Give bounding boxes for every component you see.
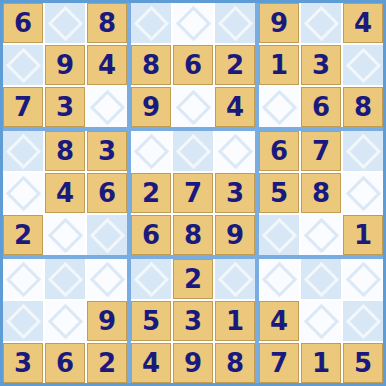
given-digit: 9 xyxy=(226,222,244,248)
empty-cell-diamond-icon xyxy=(261,217,296,252)
cell-r3c4: 9 xyxy=(131,87,171,127)
given-digit: 7 xyxy=(14,94,32,120)
empty-cell-diamond-icon xyxy=(133,5,168,40)
given-digit: 8 xyxy=(354,94,372,120)
empty-cell-diamond-icon xyxy=(47,5,82,40)
box-2-2: 273689 xyxy=(131,131,255,255)
cell-r4c5[interactable] xyxy=(173,131,213,171)
cell-r9c1: 3 xyxy=(3,343,43,383)
given-digit: 5 xyxy=(270,180,288,206)
given-digit: 2 xyxy=(98,350,116,376)
given-digit: 9 xyxy=(56,52,74,78)
given-digit: 6 xyxy=(184,52,202,78)
box-2-3: 67581 xyxy=(259,131,383,255)
box-3-3: 4715 xyxy=(259,259,383,383)
cell-r3c3[interactable] xyxy=(87,87,127,127)
cell-r6c1: 2 xyxy=(3,215,43,255)
given-digit: 9 xyxy=(270,10,288,36)
empty-cell-diamond-icon xyxy=(303,303,338,338)
empty-cell-diamond-icon xyxy=(345,303,380,338)
cell-r6c8[interactable] xyxy=(301,215,341,255)
cell-r9c7: 7 xyxy=(259,343,299,383)
cell-r8c9[interactable] xyxy=(343,301,383,341)
sudoku-grid: 6894738629494136883462273689675819362253… xyxy=(3,3,383,383)
cell-r4c7: 6 xyxy=(259,131,299,171)
given-digit: 8 xyxy=(312,180,330,206)
empty-cell-diamond-icon xyxy=(5,303,40,338)
cell-r8c8[interactable] xyxy=(301,301,341,341)
box-1-1: 689473 xyxy=(3,3,127,127)
empty-cell-diamond-icon xyxy=(345,175,380,210)
cell-r4c3: 3 xyxy=(87,131,127,171)
sudoku-board: 6894738629494136883462273689675819362253… xyxy=(0,0,386,386)
given-digit: 8 xyxy=(56,138,74,164)
given-digit: 6 xyxy=(142,222,160,248)
cell-r5c7: 5 xyxy=(259,173,299,213)
given-digit: 1 xyxy=(354,222,372,248)
given-digit: 6 xyxy=(14,10,32,36)
cell-r5c6: 3 xyxy=(215,173,255,213)
cell-r8c3: 9 xyxy=(87,301,127,341)
cell-r4c4[interactable] xyxy=(131,131,171,171)
cell-r4c2: 8 xyxy=(45,131,85,171)
given-digit: 9 xyxy=(98,308,116,334)
given-digit: 3 xyxy=(226,180,244,206)
cell-r2c5: 6 xyxy=(173,45,213,85)
given-digit: 3 xyxy=(56,94,74,120)
cell-r1c4[interactable] xyxy=(131,3,171,43)
given-digit: 8 xyxy=(184,222,202,248)
cell-r7c4[interactable] xyxy=(131,259,171,299)
empty-cell-diamond-icon xyxy=(303,5,338,40)
cell-r6c5: 8 xyxy=(173,215,213,255)
cell-r7c7[interactable] xyxy=(259,259,299,299)
cell-r1c1: 6 xyxy=(3,3,43,43)
cell-r2c4: 8 xyxy=(131,45,171,85)
given-digit: 9 xyxy=(184,350,202,376)
empty-cell-diamond-icon xyxy=(89,261,124,296)
given-digit: 4 xyxy=(98,52,116,78)
cell-r7c9[interactable] xyxy=(343,259,383,299)
cell-r3c8: 6 xyxy=(301,87,341,127)
cell-r9c6: 8 xyxy=(215,343,255,383)
cell-r9c5: 9 xyxy=(173,343,213,383)
cell-r7c6[interactable] xyxy=(215,259,255,299)
cell-r4c6[interactable] xyxy=(215,131,255,171)
cell-r2c8: 3 xyxy=(301,45,341,85)
given-digit: 1 xyxy=(226,308,244,334)
cell-r7c2[interactable] xyxy=(45,259,85,299)
empty-cell-diamond-icon xyxy=(175,5,210,40)
given-digit: 4 xyxy=(56,180,74,206)
cell-r9c8: 1 xyxy=(301,343,341,383)
cell-r3c6: 4 xyxy=(215,87,255,127)
cell-r6c3[interactable] xyxy=(87,215,127,255)
empty-cell-diamond-icon xyxy=(345,261,380,296)
given-digit: 8 xyxy=(226,350,244,376)
given-digit: 3 xyxy=(98,138,116,164)
cell-r5c8: 8 xyxy=(301,173,341,213)
cell-r4c1[interactable] xyxy=(3,131,43,171)
cell-r1c2[interactable] xyxy=(45,3,85,43)
cell-r9c4: 4 xyxy=(131,343,171,383)
given-digit: 6 xyxy=(56,350,74,376)
cell-r1c7: 9 xyxy=(259,3,299,43)
cell-r5c9[interactable] xyxy=(343,173,383,213)
given-digit: 4 xyxy=(142,350,160,376)
empty-cell-diamond-icon xyxy=(217,261,252,296)
cell-r1c8[interactable] xyxy=(301,3,341,43)
given-digit: 2 xyxy=(184,266,202,292)
cell-r4c8: 7 xyxy=(301,131,341,171)
cell-r8c4: 5 xyxy=(131,301,171,341)
cell-r8c5: 3 xyxy=(173,301,213,341)
cell-r2c6: 2 xyxy=(215,45,255,85)
given-digit: 2 xyxy=(14,222,32,248)
cell-r6c7[interactable] xyxy=(259,215,299,255)
box-2-1: 83462 xyxy=(3,131,127,255)
cell-r8c6: 1 xyxy=(215,301,255,341)
empty-cell-diamond-icon xyxy=(47,261,82,296)
given-digit: 8 xyxy=(142,52,160,78)
given-digit: 5 xyxy=(354,350,372,376)
cell-r5c2: 4 xyxy=(45,173,85,213)
cell-r1c6[interactable] xyxy=(215,3,255,43)
box-1-3: 941368 xyxy=(259,3,383,127)
cell-r8c1[interactable] xyxy=(3,301,43,341)
box-1-2: 86294 xyxy=(131,3,255,127)
given-digit: 3 xyxy=(184,308,202,334)
empty-cell-diamond-icon xyxy=(47,217,82,252)
empty-cell-diamond-icon xyxy=(5,261,40,296)
cell-r5c5: 7 xyxy=(173,173,213,213)
cell-r1c3: 8 xyxy=(87,3,127,43)
box-3-2: 2531498 xyxy=(131,259,255,383)
given-digit: 3 xyxy=(312,52,330,78)
cell-r1c5[interactable] xyxy=(173,3,213,43)
cell-r3c9: 8 xyxy=(343,87,383,127)
cell-r5c3: 6 xyxy=(87,173,127,213)
cell-r2c1[interactable] xyxy=(3,45,43,85)
box-3-1: 9362 xyxy=(3,259,127,383)
empty-cell-diamond-icon xyxy=(303,217,338,252)
cell-r2c2: 9 xyxy=(45,45,85,85)
given-digit: 7 xyxy=(270,350,288,376)
cell-r8c2[interactable] xyxy=(45,301,85,341)
given-digit: 4 xyxy=(226,94,244,120)
empty-cell-diamond-icon xyxy=(89,89,124,124)
empty-cell-diamond-icon xyxy=(5,175,40,210)
cell-r3c1: 7 xyxy=(3,87,43,127)
given-digit: 1 xyxy=(312,350,330,376)
cell-r7c5: 2 xyxy=(173,259,213,299)
empty-cell-diamond-icon xyxy=(303,261,338,296)
empty-cell-diamond-icon xyxy=(5,133,40,168)
empty-cell-diamond-icon xyxy=(217,133,252,168)
given-digit: 6 xyxy=(270,138,288,164)
empty-cell-diamond-icon xyxy=(345,133,380,168)
given-digit: 9 xyxy=(142,94,160,120)
cell-r8c7: 4 xyxy=(259,301,299,341)
cell-r6c9: 1 xyxy=(343,215,383,255)
cell-r9c2: 6 xyxy=(45,343,85,383)
empty-cell-diamond-icon xyxy=(261,261,296,296)
given-digit: 7 xyxy=(312,138,330,164)
given-digit: 6 xyxy=(312,94,330,120)
empty-cell-diamond-icon xyxy=(345,47,380,82)
given-digit: 7 xyxy=(184,180,202,206)
cell-r9c9: 5 xyxy=(343,343,383,383)
given-digit: 8 xyxy=(98,10,116,36)
empty-cell-diamond-icon xyxy=(175,133,210,168)
given-digit: 4 xyxy=(354,10,372,36)
cell-r3c5[interactable] xyxy=(173,87,213,127)
cell-r9c3: 2 xyxy=(87,343,127,383)
cell-r1c9: 4 xyxy=(343,3,383,43)
cell-r6c6: 9 xyxy=(215,215,255,255)
cell-r3c7[interactable] xyxy=(259,87,299,127)
empty-cell-diamond-icon xyxy=(89,217,124,252)
cell-r5c4: 2 xyxy=(131,173,171,213)
given-digit: 2 xyxy=(226,52,244,78)
empty-cell-diamond-icon xyxy=(47,303,82,338)
cell-r2c9[interactable] xyxy=(343,45,383,85)
cell-r4c9[interactable] xyxy=(343,131,383,171)
given-digit: 4 xyxy=(270,308,288,334)
cell-r6c2[interactable] xyxy=(45,215,85,255)
cell-r7c1[interactable] xyxy=(3,259,43,299)
empty-cell-diamond-icon xyxy=(5,47,40,82)
empty-cell-diamond-icon xyxy=(133,133,168,168)
cell-r5c1[interactable] xyxy=(3,173,43,213)
given-digit: 5 xyxy=(142,308,160,334)
cell-r6c4: 6 xyxy=(131,215,171,255)
cell-r7c3[interactable] xyxy=(87,259,127,299)
empty-cell-diamond-icon xyxy=(261,89,296,124)
given-digit: 2 xyxy=(142,180,160,206)
empty-cell-diamond-icon xyxy=(175,89,210,124)
given-digit: 6 xyxy=(98,180,116,206)
given-digit: 3 xyxy=(14,350,32,376)
cell-r2c3: 4 xyxy=(87,45,127,85)
cell-r7c8[interactable] xyxy=(301,259,341,299)
empty-cell-diamond-icon xyxy=(217,5,252,40)
given-digit: 1 xyxy=(270,52,288,78)
cell-r2c7: 1 xyxy=(259,45,299,85)
empty-cell-diamond-icon xyxy=(133,261,168,296)
cell-r3c2: 3 xyxy=(45,87,85,127)
